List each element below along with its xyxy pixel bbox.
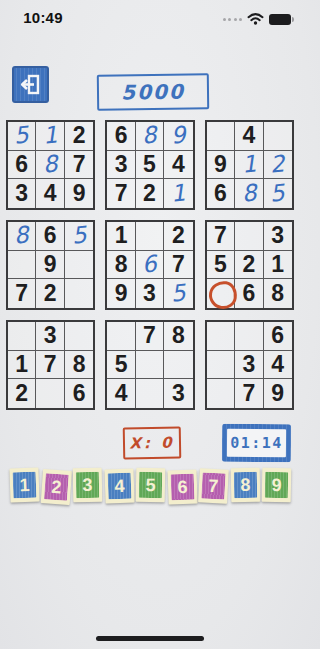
number-button-4[interactable]: 4 (104, 469, 134, 504)
number-button-face: 3 (76, 472, 99, 498)
cell-r5c1[interactable] (8, 251, 36, 280)
block-9: 63479 (205, 320, 294, 410)
user-digit: 5 (13, 124, 30, 148)
cell-r9c3[interactable]: 6 (65, 379, 93, 408)
score-value: 5000 (121, 80, 185, 105)
cell-r4c6[interactable]: 2 (164, 222, 192, 251)
cell-r7c4[interactable] (107, 322, 135, 351)
cell-r8c1[interactable]: 1 (8, 351, 36, 380)
cell-r8c9[interactable]: 4 (264, 351, 292, 380)
given-digit: 7 (15, 282, 28, 305)
user-digit: 5 (269, 181, 286, 205)
home-indicator[interactable] (96, 636, 204, 641)
cell-r9c8[interactable]: 7 (235, 379, 263, 408)
cell-r9c5[interactable] (136, 379, 164, 408)
cell-r5c7[interactable]: 5 (207, 251, 235, 280)
mistakes-label: X: 0 (129, 434, 175, 453)
cell-r9c7[interactable] (207, 379, 235, 408)
wifi-icon (247, 13, 264, 25)
given-digit: 3 (242, 353, 255, 376)
cell-r3c8[interactable]: 8 (235, 179, 263, 208)
cell-r3c6[interactable]: 1 (164, 179, 192, 208)
cell-r6c3[interactable] (65, 279, 93, 308)
given-digit: 5 (214, 253, 227, 276)
cell-r3c9[interactable]: 5 (264, 179, 292, 208)
given-digit: 3 (172, 382, 185, 405)
cell-r3c3[interactable]: 9 (65, 179, 93, 208)
given-digit: 2 (73, 124, 86, 147)
given-digit: 9 (44, 253, 57, 276)
number-button-face: 7 (201, 472, 225, 499)
cell-r6c4[interactable]: 9 (107, 279, 135, 308)
user-digit: 8 (141, 124, 158, 148)
cell-r5c3[interactable] (65, 251, 93, 280)
cell-r8c7[interactable] (207, 351, 235, 380)
cell-r8c6[interactable] (164, 351, 192, 380)
user-digit: 6 (141, 252, 158, 276)
number-button-6[interactable]: 6 (167, 470, 197, 505)
cell-r4c5[interactable] (136, 222, 164, 251)
cell-r1c9[interactable] (264, 122, 292, 151)
cell-r4c3[interactable]: 5 (65, 222, 93, 251)
cell-r9c1[interactable]: 2 (8, 379, 36, 408)
given-digit: 1 (15, 353, 28, 376)
cell-r1c7[interactable] (207, 122, 235, 151)
given-digit: 7 (172, 253, 185, 276)
block-2: 689354721 (105, 120, 194, 210)
cell-r4c7[interactable]: 7 (207, 222, 235, 251)
cell-r8c4[interactable]: 5 (107, 351, 135, 380)
cell-r5c8[interactable]: 2 (235, 251, 263, 280)
cell-r5c6[interactable]: 7 (164, 251, 192, 280)
block-6: 7352168 (205, 220, 294, 310)
given-digit: 4 (271, 353, 284, 376)
given-digit: 2 (172, 224, 185, 247)
cell-r7c9[interactable]: 6 (264, 322, 292, 351)
number-button-face: 6 (170, 474, 194, 501)
cell-r8c2[interactable]: 7 (36, 351, 64, 380)
cell-r9c4[interactable]: 4 (107, 379, 135, 408)
status-bar-icons (223, 13, 292, 25)
cell-r4c2[interactable]: 6 (36, 222, 64, 251)
cell-r1c2[interactable]: 1 (36, 122, 64, 151)
number-button-2[interactable]: 2 (40, 469, 71, 505)
given-digit: 7 (73, 153, 86, 176)
given-digit: 8 (172, 324, 185, 347)
given-digit: 9 (214, 153, 227, 176)
number-button-face: 4 (107, 473, 131, 500)
user-digit: 9 (170, 124, 187, 148)
number-button-7[interactable]: 7 (198, 468, 229, 503)
cell-r1c1[interactable]: 5 (8, 122, 36, 151)
block-8: 78543 (105, 320, 194, 410)
exit-door-arrow-icon (18, 72, 43, 97)
given-digit: 6 (214, 182, 227, 205)
given-digit: 4 (44, 182, 57, 205)
sudoku-board: 5126873496893547214912685865972128679357… (6, 120, 294, 410)
number-button-5[interactable]: 5 (136, 468, 166, 503)
cell-r2c1[interactable]: 6 (8, 151, 36, 180)
cell-r2c3[interactable]: 7 (65, 151, 93, 180)
cell-r1c6[interactable]: 9 (164, 122, 192, 151)
cell-r3c1[interactable]: 3 (8, 179, 36, 208)
cell-r4c9[interactable]: 3 (264, 222, 292, 251)
given-digit: 6 (271, 324, 284, 347)
given-digit: 7 (143, 324, 156, 347)
block-3: 4912685 (205, 120, 294, 210)
given-digit: 7 (242, 382, 255, 405)
cell-r6c1[interactable]: 7 (8, 279, 36, 308)
number-button-3[interactable]: 3 (73, 468, 103, 503)
given-digit: 5 (143, 153, 156, 176)
cellular-signal-icon (223, 18, 243, 21)
status-bar-time: 10:49 (20, 9, 66, 26)
cell-r1c8[interactable]: 4 (235, 122, 263, 151)
user-digit: 8 (42, 152, 59, 176)
given-digit: 5 (115, 353, 128, 376)
cell-r2c9[interactable]: 2 (264, 151, 292, 180)
score-box: 5000 (97, 73, 209, 110)
cell-r1c3[interactable]: 2 (65, 122, 93, 151)
cell-r1c4[interactable]: 6 (107, 122, 135, 151)
given-digit: 1 (271, 253, 284, 276)
given-digit: 6 (44, 224, 57, 247)
block-5: 12867935 (105, 220, 194, 310)
cell-r6c5[interactable]: 3 (136, 279, 164, 308)
cell-r2c8[interactable]: 1 (235, 151, 263, 180)
given-digit: 9 (73, 182, 86, 205)
cell-r9c2[interactable] (36, 379, 64, 408)
number-button-face: 5 (139, 472, 162, 498)
given-digit: 8 (115, 253, 128, 276)
timer-box: 01:14 (222, 424, 291, 462)
cell-r4c8[interactable] (235, 222, 263, 251)
given-digit: 9 (271, 382, 284, 405)
given-digit: 8 (271, 282, 284, 305)
given-digit: 7 (214, 224, 227, 247)
cell-r4c1[interactable]: 8 (8, 222, 36, 251)
battery-icon (269, 14, 291, 25)
user-digit: 1 (170, 181, 187, 205)
cell-r8c3[interactable]: 8 (65, 351, 93, 380)
block-4: 865972 (6, 220, 95, 310)
cell-r7c5[interactable]: 7 (136, 322, 164, 351)
cell-r6c6[interactable]: 5 (164, 279, 192, 308)
number-pad: 123456789 (10, 468, 291, 502)
given-digit: 3 (44, 324, 57, 347)
given-digit: 2 (143, 182, 156, 205)
user-digit: 1 (240, 152, 257, 176)
block-7: 317826 (6, 320, 95, 410)
given-digit: 7 (44, 353, 57, 376)
given-digit: 1 (115, 224, 128, 247)
mistakes-box: X: 0 (123, 426, 182, 459)
cell-r7c3[interactable] (65, 322, 93, 351)
given-digit: 9 (115, 282, 128, 305)
user-digit: 2 (269, 152, 286, 176)
cell-r7c8[interactable] (235, 322, 263, 351)
number-button-face: 9 (265, 472, 288, 498)
cell-r5c5[interactable]: 6 (136, 251, 164, 280)
cell-r6c7[interactable] (207, 279, 235, 308)
given-digit: 2 (44, 282, 57, 305)
given-digit: 4 (115, 382, 128, 405)
given-digit: 3 (15, 182, 28, 205)
cell-r7c2[interactable]: 3 (36, 322, 64, 351)
user-digit: 5 (71, 224, 88, 248)
number-button-face: 2 (43, 473, 68, 501)
cell-r2c6[interactable]: 4 (164, 151, 192, 180)
given-digit: 3 (115, 153, 128, 176)
cell-r6c9[interactable]: 8 (264, 279, 292, 308)
given-digit: 7 (115, 182, 128, 205)
cell-r7c7[interactable] (207, 322, 235, 351)
cell-r2c2[interactable]: 8 (36, 151, 64, 180)
timer-value: 01:14 (227, 429, 286, 457)
given-digit: 3 (143, 282, 156, 305)
given-digit: 6 (115, 124, 128, 147)
cell-r1c5[interactable]: 8 (136, 122, 164, 151)
number-button-face: 8 (233, 472, 256, 498)
user-digit: 8 (13, 224, 30, 248)
number-button-1[interactable]: 1 (9, 468, 39, 503)
block-1: 512687349 (6, 120, 95, 210)
exit-button[interactable] (12, 66, 49, 103)
cell-r6c8[interactable]: 6 (235, 279, 263, 308)
user-digit: 8 (240, 181, 257, 205)
cell-r3c5[interactable]: 2 (136, 179, 164, 208)
cell-r8c5[interactable] (136, 351, 164, 380)
given-digit: 6 (15, 153, 28, 176)
cell-r9c6[interactable]: 3 (164, 379, 192, 408)
cell-r3c4[interactable]: 7 (107, 179, 135, 208)
given-digit: 4 (242, 124, 255, 147)
cell-r5c9[interactable]: 1 (264, 251, 292, 280)
cell-r7c1[interactable] (8, 322, 36, 351)
cell-r2c7[interactable]: 9 (207, 151, 235, 180)
cell-r3c2[interactable]: 4 (36, 179, 64, 208)
cell-r5c4[interactable]: 8 (107, 251, 135, 280)
given-digit: 2 (242, 253, 255, 276)
given-digit: 3 (271, 224, 284, 247)
user-digit: 5 (170, 281, 187, 305)
cell-r4c4[interactable]: 1 (107, 222, 135, 251)
cell-r6c2[interactable]: 2 (36, 279, 64, 308)
number-button-9[interactable]: 9 (262, 468, 292, 503)
given-digit: 6 (242, 282, 255, 305)
given-digit: 4 (172, 153, 185, 176)
cell-r8c8[interactable]: 3 (235, 351, 263, 380)
cell-r3c7[interactable]: 6 (207, 179, 235, 208)
given-digit: 8 (73, 353, 86, 376)
selected-cell-circle (207, 280, 239, 312)
cell-r9c9[interactable]: 9 (264, 379, 292, 408)
number-button-8[interactable]: 8 (230, 468, 260, 503)
cell-r2c4[interactable]: 3 (107, 151, 135, 180)
cell-r2c5[interactable]: 5 (136, 151, 164, 180)
cell-r5c2[interactable]: 9 (36, 251, 64, 280)
number-button-face: 1 (13, 472, 37, 499)
cell-r7c6[interactable]: 8 (164, 322, 192, 351)
given-digit: 6 (73, 382, 86, 405)
user-digit: 1 (42, 124, 59, 148)
given-digit: 2 (15, 382, 28, 405)
